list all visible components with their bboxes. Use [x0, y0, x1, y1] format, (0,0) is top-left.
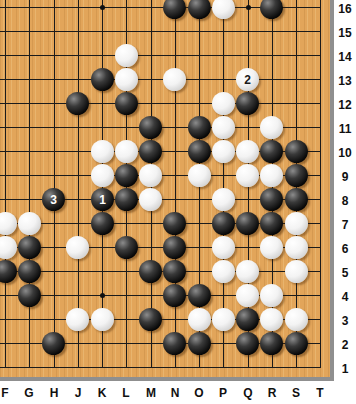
go-stone-black-N2[interactable] — [163, 332, 186, 355]
go-stone-black-R2[interactable] — [260, 332, 283, 355]
go-stone-white-R4[interactable] — [260, 284, 283, 307]
column-label-R: R — [260, 381, 284, 404]
go-stone-black-N16[interactable] — [163, 0, 186, 19]
go-stone-white-R9[interactable] — [260, 164, 283, 187]
go-stone-white-Q13[interactable]: 2 — [236, 68, 259, 91]
grid-line — [175, 0, 176, 368]
go-stone-white-Q5[interactable] — [236, 260, 259, 283]
column-label-O: O — [187, 381, 211, 404]
row-label-4: 4 — [334, 287, 356, 307]
go-stone-black-M3[interactable] — [139, 308, 162, 331]
go-stone-white-K10[interactable] — [91, 140, 114, 163]
column-label-Q: Q — [236, 381, 260, 404]
row-label-1: 1 — [334, 359, 356, 379]
go-stone-black-J12[interactable] — [66, 92, 89, 115]
go-stone-white-G7[interactable] — [18, 212, 41, 235]
go-stone-white-S7[interactable] — [285, 212, 308, 235]
go-stone-black-R10[interactable] — [260, 140, 283, 163]
go-stone-white-J6[interactable] — [66, 236, 89, 259]
move-number-label: 3 — [50, 194, 57, 206]
go-stone-black-Q3[interactable] — [236, 308, 259, 331]
go-stone-white-F7[interactable] — [0, 212, 17, 235]
go-stone-white-N13[interactable] — [163, 68, 186, 91]
column-label-J: J — [66, 381, 90, 404]
row-label-11: 11 — [334, 119, 356, 139]
go-stone-black-R7[interactable] — [260, 212, 283, 235]
go-stone-white-L10[interactable] — [115, 140, 138, 163]
go-stone-black-K7[interactable] — [91, 212, 114, 235]
go-stone-white-Q4[interactable] — [236, 284, 259, 307]
go-stone-black-N4[interactable] — [163, 284, 186, 307]
go-stone-white-P10[interactable] — [212, 140, 235, 163]
go-stone-white-O9[interactable] — [188, 164, 211, 187]
row-label-10: 10 — [334, 143, 356, 163]
go-stone-white-P12[interactable] — [212, 92, 235, 115]
go-stone-white-Q9[interactable] — [236, 164, 259, 187]
row-label-2: 2 — [334, 335, 356, 355]
row-label-14: 14 — [334, 47, 356, 67]
move-number-label: 2 — [244, 74, 251, 86]
go-stone-black-M11[interactable] — [139, 116, 162, 139]
go-stone-black-M10[interactable] — [139, 140, 162, 163]
go-stone-white-R3[interactable] — [260, 308, 283, 331]
go-stone-white-O3[interactable] — [188, 308, 211, 331]
column-label-N: N — [163, 381, 187, 404]
column-label-P: P — [211, 381, 235, 404]
go-stone-black-L6[interactable] — [115, 236, 138, 259]
go-stone-white-K9[interactable] — [91, 164, 114, 187]
go-stone-black-S2[interactable] — [285, 332, 308, 355]
go-stone-white-P5[interactable] — [212, 260, 235, 283]
go-stone-black-R8[interactable] — [260, 188, 283, 211]
move-number-label: 1 — [99, 194, 106, 206]
row-label-9: 9 — [334, 167, 356, 187]
go-stone-black-F5[interactable] — [0, 260, 17, 283]
go-stone-black-L8[interactable] — [115, 188, 138, 211]
go-stone-black-R16[interactable] — [260, 0, 283, 19]
go-stone-white-M9[interactable] — [139, 164, 162, 187]
go-stone-black-G6[interactable] — [18, 236, 41, 259]
column-label-T: T — [308, 381, 332, 404]
go-stone-white-K3[interactable] — [91, 308, 114, 331]
go-stone-white-F6[interactable] — [0, 236, 17, 259]
go-stone-black-O10[interactable] — [188, 140, 211, 163]
go-stone-white-Q10[interactable] — [236, 140, 259, 163]
column-label-S: S — [284, 381, 308, 404]
column-label-K: K — [90, 381, 114, 404]
star-point — [100, 293, 105, 298]
grid-line — [320, 0, 321, 368]
go-stone-black-N5[interactable] — [163, 260, 186, 283]
column-label-H: H — [42, 381, 66, 404]
go-stone-black-K8[interactable]: 1 — [91, 188, 114, 211]
row-label-6: 6 — [334, 239, 356, 259]
go-stone-white-J3[interactable] — [66, 308, 89, 331]
row-label-16: 16 — [334, 0, 356, 19]
go-stone-black-P7[interactable] — [212, 212, 235, 235]
go-stone-black-L12[interactable] — [115, 92, 138, 115]
go-stone-white-P3[interactable] — [212, 308, 235, 331]
go-stone-black-G5[interactable] — [18, 260, 41, 283]
go-stone-black-G4[interactable] — [18, 284, 41, 307]
go-stone-black-O16[interactable] — [188, 0, 211, 19]
star-point — [100, 5, 105, 10]
go-stone-white-S3[interactable] — [285, 308, 308, 331]
go-stone-white-M8[interactable] — [139, 188, 162, 211]
column-label-G: G — [17, 381, 41, 404]
row-label-12: 12 — [334, 95, 356, 115]
go-stone-white-L14[interactable] — [115, 44, 138, 67]
row-label-7: 7 — [334, 215, 356, 235]
go-stone-white-L13[interactable] — [115, 68, 138, 91]
column-label-F: F — [0, 381, 17, 404]
go-stone-black-O2[interactable] — [188, 332, 211, 355]
go-stone-black-S10[interactable] — [285, 140, 308, 163]
go-stone-black-N7[interactable] — [163, 212, 186, 235]
go-board[interactable]: 231 — [0, 0, 334, 381]
row-label-15: 15 — [334, 23, 356, 43]
go-stone-black-M5[interactable] — [139, 260, 162, 283]
go-stone-black-O4[interactable] — [188, 284, 211, 307]
go-stone-black-S9[interactable] — [285, 164, 308, 187]
go-stone-white-P6[interactable] — [212, 236, 235, 259]
grid-line — [54, 0, 55, 368]
go-stone-black-L9[interactable] — [115, 164, 138, 187]
go-stone-black-K13[interactable] — [91, 68, 114, 91]
go-stone-black-N6[interactable] — [163, 236, 186, 259]
star-point — [246, 5, 251, 10]
grid-line — [5, 0, 6, 368]
row-label-13: 13 — [334, 71, 356, 91]
go-stone-white-P11[interactable] — [212, 116, 235, 139]
go-stone-black-S8[interactable] — [285, 188, 308, 211]
go-game-screenshot: 231 FGHJKLMNOPQRST 161514131211109876543… — [0, 0, 356, 404]
go-stone-white-P8[interactable] — [212, 188, 235, 211]
go-stone-white-P16[interactable] — [212, 0, 235, 19]
go-stone-white-S5[interactable] — [285, 260, 308, 283]
go-stone-white-R6[interactable] — [260, 236, 283, 259]
go-stone-black-Q12[interactable] — [236, 92, 259, 115]
go-stone-black-O11[interactable] — [188, 116, 211, 139]
row-label-5: 5 — [334, 263, 356, 283]
grid-line — [29, 0, 30, 368]
column-label-L: L — [114, 381, 138, 404]
go-stone-black-H8[interactable]: 3 — [42, 188, 65, 211]
column-label-M: M — [139, 381, 163, 404]
go-stone-black-H2[interactable] — [42, 332, 65, 355]
row-label-3: 3 — [334, 311, 356, 331]
go-stone-black-Q2[interactable] — [236, 332, 259, 355]
row-label-8: 8 — [334, 191, 356, 211]
go-stone-black-Q7[interactable] — [236, 212, 259, 235]
go-stone-white-R11[interactable] — [260, 116, 283, 139]
go-stone-white-S6[interactable] — [285, 236, 308, 259]
